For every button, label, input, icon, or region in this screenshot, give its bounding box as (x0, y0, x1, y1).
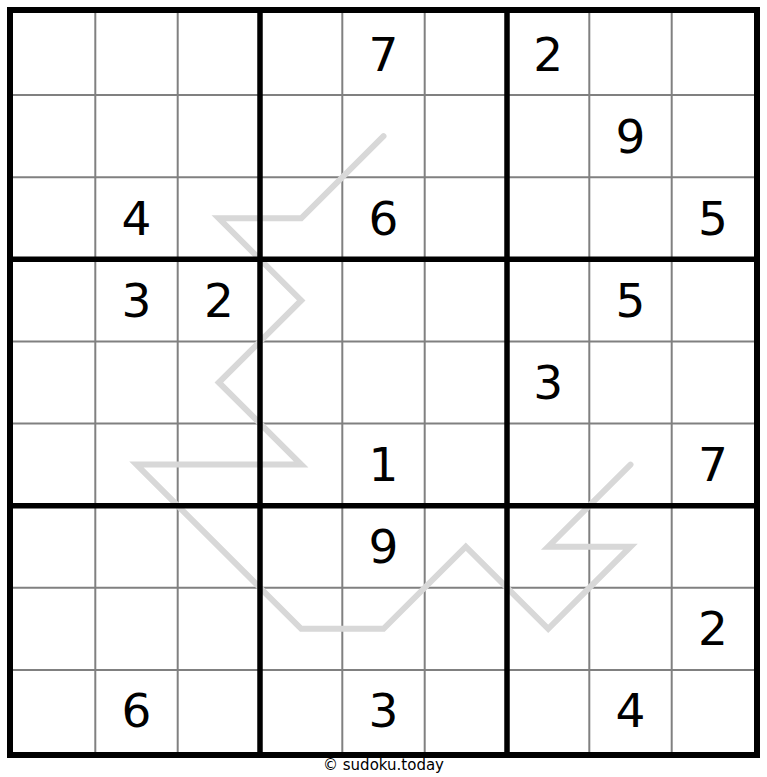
cell-r7c5-given[interactable]: 9 (342, 506, 424, 588)
cell-r8c6[interactable] (425, 588, 507, 670)
cell-r7c9[interactable] (672, 506, 754, 588)
cell-r1c5-given[interactable]: 7 (342, 13, 424, 95)
cell-r2c6[interactable] (425, 95, 507, 177)
cell-r4c5[interactable] (342, 259, 424, 341)
cell-r5c6[interactable] (425, 341, 507, 423)
cell-r6c5-given[interactable]: 1 (342, 424, 424, 506)
cell-r1c7-given[interactable]: 2 (507, 13, 589, 95)
cell-r3c8[interactable] (589, 177, 671, 259)
cell-r2c9[interactable] (672, 95, 754, 177)
cell-r2c1[interactable] (13, 95, 95, 177)
cell-r6c3[interactable] (178, 424, 260, 506)
cell-r2c3[interactable] (178, 95, 260, 177)
cell-r9c6[interactable] (425, 670, 507, 752)
cell-r9c1[interactable] (13, 670, 95, 752)
cell-r4c8-given[interactable]: 5 (589, 259, 671, 341)
cell-r3c7[interactable] (507, 177, 589, 259)
cell-r2c5[interactable] (342, 95, 424, 177)
cell-r1c8[interactable] (589, 13, 671, 95)
cell-r9c8-given[interactable]: 4 (589, 670, 671, 752)
cell-r3c3[interactable] (178, 177, 260, 259)
cell-r7c4[interactable] (260, 506, 342, 588)
cell-r4c7[interactable] (507, 259, 589, 341)
cell-r8c5[interactable] (342, 588, 424, 670)
cell-r5c3[interactable] (178, 341, 260, 423)
cell-r9c7[interactable] (507, 670, 589, 752)
cell-r9c3[interactable] (178, 670, 260, 752)
cell-r2c7[interactable] (507, 95, 589, 177)
cell-r1c6[interactable] (425, 13, 507, 95)
cell-r4c2-given[interactable]: 3 (95, 259, 177, 341)
cell-r7c6[interactable] (425, 506, 507, 588)
cell-r5c8[interactable] (589, 341, 671, 423)
cell-r7c7[interactable] (507, 506, 589, 588)
cell-r7c8[interactable] (589, 506, 671, 588)
cell-r9c4[interactable] (260, 670, 342, 752)
cell-r8c3[interactable] (178, 588, 260, 670)
cell-r3c1[interactable] (13, 177, 95, 259)
cell-r5c4[interactable] (260, 341, 342, 423)
cell-r6c1[interactable] (13, 424, 95, 506)
cell-r4c1[interactable] (13, 259, 95, 341)
cell-r1c3[interactable] (178, 13, 260, 95)
cell-r3c2-given[interactable]: 4 (95, 177, 177, 259)
cell-r6c8[interactable] (589, 424, 671, 506)
cell-r2c4[interactable] (260, 95, 342, 177)
sudoku-grid: 72946532531792634 (13, 13, 754, 752)
cell-r3c5-given[interactable]: 6 (342, 177, 424, 259)
cell-r5c9[interactable] (672, 341, 754, 423)
copyright-footer: © sudoku.today (7, 756, 760, 774)
cell-r7c1[interactable] (13, 506, 95, 588)
cell-r4c9[interactable] (672, 259, 754, 341)
cell-r3c6[interactable] (425, 177, 507, 259)
cell-r3c4[interactable] (260, 177, 342, 259)
cell-r6c4[interactable] (260, 424, 342, 506)
sudoku-board: 72946532531792634 (7, 7, 760, 758)
cell-r9c5-given[interactable]: 3 (342, 670, 424, 752)
cell-r4c4[interactable] (260, 259, 342, 341)
sudoku-page: 72946532531792634 © sudoku.today (0, 0, 767, 777)
cell-r5c5[interactable] (342, 341, 424, 423)
cell-r1c2[interactable] (95, 13, 177, 95)
cell-r9c2-given[interactable]: 6 (95, 670, 177, 752)
cell-r6c6[interactable] (425, 424, 507, 506)
cell-r5c2[interactable] (95, 341, 177, 423)
cell-r7c2[interactable] (95, 506, 177, 588)
cell-r8c7[interactable] (507, 588, 589, 670)
cell-r3c9-given[interactable]: 5 (672, 177, 754, 259)
cell-r2c2[interactable] (95, 95, 177, 177)
cell-r4c3-given[interactable]: 2 (178, 259, 260, 341)
cell-r6c7[interactable] (507, 424, 589, 506)
cell-r7c3[interactable] (178, 506, 260, 588)
cell-r1c9[interactable] (672, 13, 754, 95)
cell-r8c1[interactable] (13, 588, 95, 670)
cell-r8c8[interactable] (589, 588, 671, 670)
cell-r6c2[interactable] (95, 424, 177, 506)
cell-r8c4[interactable] (260, 588, 342, 670)
cell-r5c1[interactable] (13, 341, 95, 423)
cell-r8c2[interactable] (95, 588, 177, 670)
cell-r1c1[interactable] (13, 13, 95, 95)
cell-r8c9-given[interactable]: 2 (672, 588, 754, 670)
cell-r2c8-given[interactable]: 9 (589, 95, 671, 177)
cell-r4c6[interactable] (425, 259, 507, 341)
cell-r9c9[interactable] (672, 670, 754, 752)
cell-r1c4[interactable] (260, 13, 342, 95)
cell-r5c7-given[interactable]: 3 (507, 341, 589, 423)
cell-r6c9-given[interactable]: 7 (672, 424, 754, 506)
